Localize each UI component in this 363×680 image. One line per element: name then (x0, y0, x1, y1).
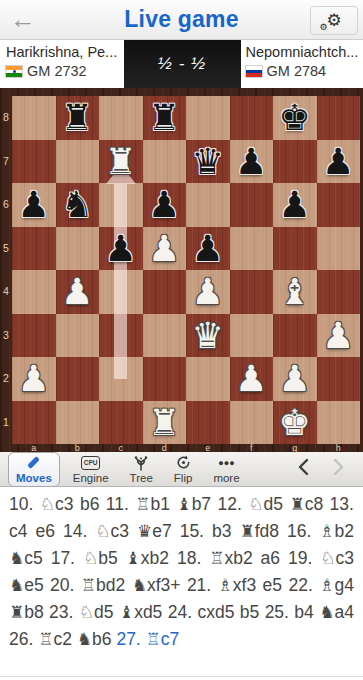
file-labels: abcdefgh (12, 444, 360, 453)
move[interactable]: ♜b8 (9, 602, 44, 622)
square-a1[interactable] (12, 401, 56, 445)
square-d1[interactable]: ♜ (143, 401, 187, 445)
square-b1[interactable] (56, 401, 100, 445)
move-number: 17. (51, 548, 75, 568)
move[interactable]: b5 (240, 602, 259, 622)
piece-figurine: ♗ (319, 575, 334, 595)
square-e6[interactable] (186, 183, 230, 227)
square-b6[interactable]: ♞ (56, 183, 100, 227)
next-move-button[interactable] (321, 458, 355, 480)
move[interactable]: cxd5 (197, 602, 234, 622)
player-black-rating: GM 2784 (267, 63, 327, 79)
square-g8[interactable]: ♚ (273, 96, 317, 140)
piece-black-pawn: ♟ (186, 227, 230, 271)
move[interactable]: ♘c3 (40, 494, 74, 514)
piece-black-pawn: ♟ (273, 183, 317, 227)
move-number: 21. (187, 575, 211, 595)
players-bar: Harikrishna, Pe... GM 2732 ½ - ½ Nepomni… (0, 40, 363, 88)
square-a5[interactable] (12, 227, 56, 271)
tab-more[interactable]: ●●●more (205, 452, 247, 487)
piece-white-pawn: ♟ (56, 270, 100, 314)
piece-figurine: ♖ (209, 548, 224, 568)
piece-white-rook: ♜ (99, 140, 143, 184)
piece-white-king: ♚ (273, 401, 317, 445)
square-b2[interactable] (56, 357, 100, 401)
square-a4[interactable] (12, 270, 56, 314)
square-a7[interactable] (12, 140, 56, 184)
piece-figurine: ♞ (132, 575, 147, 595)
move[interactable]: b3 (212, 521, 231, 541)
square-f6[interactable] (230, 183, 274, 227)
square-d8[interactable]: ♜ (143, 96, 187, 140)
square-c8[interactable] (99, 96, 143, 140)
piece-figurine: ♘ (79, 602, 94, 622)
move[interactable]: ♞e5 (9, 575, 44, 595)
piece-figurine: ♜ (9, 602, 24, 622)
piece-black-pawn: ♟ (99, 227, 143, 271)
move[interactable]: b4 (294, 602, 313, 622)
piece-white-queen: ♛ (186, 314, 230, 358)
move[interactable]: e6 (35, 521, 54, 541)
tab-label: Flip (174, 472, 193, 484)
square-h2[interactable] (317, 357, 361, 401)
piece-figurine: ♘ (95, 521, 110, 541)
move-number: 20. (50, 575, 74, 595)
piece-black-pawn: ♟ (230, 140, 274, 184)
piece-black-queen: ♛ (186, 140, 230, 184)
piece-figurine: ♘ (83, 548, 98, 568)
square-h7[interactable]: ♟ (317, 140, 361, 184)
square-e3[interactable]: ♛ (186, 314, 230, 358)
move[interactable]: ♖c2 (38, 629, 72, 649)
square-f7[interactable]: ♟ (230, 140, 274, 184)
square-g6[interactable]: ♟ (273, 183, 317, 227)
player-black-name: Nepomniachtch... (246, 44, 360, 60)
move-number: 12. (218, 494, 242, 514)
piece-figurine: ♞ (9, 548, 24, 568)
square-g2[interactable]: ♟ (273, 357, 317, 401)
square-d6[interactable]: ♟ (143, 183, 187, 227)
piece-figurine: ♝ (126, 548, 141, 568)
square-g7[interactable] (273, 140, 317, 184)
chess-board[interactable]: 87654321 ♜♜♚♜♛♟♟♟♞♟♟♟♟♟♟♟♝♛♟♟♟♟♜♚ abcdef… (0, 88, 363, 452)
russia-flag-icon (246, 66, 262, 77)
square-f4[interactable] (230, 270, 274, 314)
tab-engine[interactable]: CPUEngine (65, 452, 117, 487)
move-number: 25. (265, 602, 289, 622)
piece-black-pawn: ♟ (12, 183, 56, 227)
move[interactable]: b6 (80, 494, 99, 514)
square-c7[interactable]: ♜ (99, 140, 143, 184)
piece-black-pawn: ♟ (317, 140, 361, 184)
chakra-emblem (13, 70, 16, 73)
move[interactable]: ♘b5 (83, 548, 118, 568)
square-f3[interactable] (230, 314, 274, 358)
tab-label: Tree (130, 472, 153, 484)
square-f8[interactable] (230, 96, 274, 140)
move[interactable]: ♗xf3 (218, 575, 257, 595)
square-f1[interactable] (230, 401, 274, 445)
last-move-arrow (114, 184, 127, 379)
square-h1[interactable] (317, 401, 361, 445)
square-g1[interactable]: ♚ (273, 401, 317, 445)
page-title: Live game (124, 6, 238, 33)
move-number: 18. (177, 548, 201, 568)
piece-black-knight: ♞ (56, 183, 100, 227)
move[interactable]: ♜c8 (289, 494, 323, 514)
square-d4[interactable] (143, 270, 187, 314)
square-b8[interactable]: ♜ (56, 96, 100, 140)
flip-icon (175, 455, 192, 471)
square-d2[interactable] (143, 357, 187, 401)
piece-white-pawn: ♟ (12, 357, 56, 401)
piece-black-king: ♚ (273, 96, 317, 140)
piece-black-pawn: ♟ (143, 183, 187, 227)
india-flag-icon (6, 66, 22, 77)
tab-flip[interactable]: Flip (166, 452, 201, 487)
piece-figurine: ♖ (146, 629, 161, 649)
piece-white-pawn: ♟ (143, 227, 187, 271)
piece-figurine: ♘ (40, 494, 55, 514)
piece-figurine: ♝ (119, 602, 134, 622)
header: ← Live game ⚙ ⚙ (0, 0, 363, 40)
move-number: 11. (106, 494, 129, 514)
settings-button[interactable]: ⚙ ⚙ (310, 6, 358, 35)
move[interactable]: ♖b1 (135, 494, 170, 514)
move[interactable]: ♖bd2 (81, 575, 125, 595)
previous-move-button[interactable] (287, 458, 321, 480)
square-h3[interactable]: ♟ (317, 314, 361, 358)
square-d5[interactable]: ♟ (143, 227, 187, 271)
square-b3[interactable] (56, 314, 100, 358)
square-b7[interactable] (56, 140, 100, 184)
piece-figurine: ♜ (239, 521, 254, 541)
move-number: 13. (330, 494, 354, 514)
move-number: 24. (168, 602, 192, 622)
move[interactable]: ♖c7 (146, 629, 180, 649)
player-white-rating: GM 2732 (27, 63, 87, 79)
square-g3[interactable] (273, 314, 317, 358)
move[interactable]: ♗g4 (319, 575, 354, 595)
square-e1[interactable] (186, 401, 230, 445)
move-number: 23. (49, 602, 73, 622)
square-a8[interactable] (12, 96, 56, 140)
cpu-icon: CPU (81, 455, 100, 471)
move-number: 27. (116, 629, 140, 649)
square-d7[interactable] (143, 140, 187, 184)
piece-white-pawn: ♟ (273, 357, 317, 401)
player-white: Harikrishna, Pe... GM 2732 (0, 40, 124, 88)
square-b4[interactable]: ♟ (56, 270, 100, 314)
piece-figurine: ♞ (319, 602, 334, 622)
piece-white-bishop: ♝ (273, 270, 317, 314)
square-h5[interactable] (317, 227, 361, 271)
piece-figurine: ♝ (176, 494, 191, 514)
move[interactable]: a6 (261, 548, 280, 568)
move-number: 26. (9, 629, 33, 649)
piece-figurine: ♗ (218, 575, 233, 595)
square-h8[interactable] (317, 96, 361, 140)
square-e7[interactable]: ♛ (186, 140, 230, 184)
move[interactable]: ♖xb2 (209, 548, 252, 568)
piece-figurine: ♘ (320, 548, 335, 568)
move[interactable]: ♜fd8 (239, 521, 279, 541)
move[interactable]: ♘d5 (248, 494, 283, 514)
piece-figurine: ♞ (9, 575, 24, 595)
move[interactable]: e5 (263, 575, 282, 595)
toolbar: MovesCPUEngineTreeFlip●●●more (0, 452, 363, 487)
rank-labels: 87654321 (0, 96, 12, 444)
square-c5[interactable]: ♟ (99, 227, 143, 271)
piece-figurine: ♛ (137, 521, 152, 541)
score-badge: ½ - ½ (124, 40, 241, 88)
tree-icon (132, 455, 150, 471)
piece-black-rook: ♜ (143, 96, 187, 140)
tab-tree[interactable]: Tree (122, 452, 161, 487)
square-c1[interactable] (99, 401, 143, 445)
player-white-name: Harikrishna, Pe... (6, 44, 120, 60)
square-g4[interactable]: ♝ (273, 270, 317, 314)
piece-figurine: ♞ (77, 629, 92, 649)
move-number: 19. (288, 548, 312, 568)
square-d3[interactable] (143, 314, 187, 358)
move[interactable]: ♘c3 (320, 548, 354, 568)
move[interactable]: ♝b7 (176, 494, 211, 514)
bottom-divider (0, 676, 363, 677)
move-number: 15. (180, 521, 204, 541)
move-number: 22. (288, 575, 312, 595)
move[interactable]: ♛e7 (137, 521, 172, 541)
tab-moves[interactable]: Moves (8, 452, 60, 487)
move[interactable]: c4 (9, 521, 27, 541)
piece-black-rook: ♜ (56, 96, 100, 140)
back-icon[interactable]: ← (10, 0, 36, 39)
piece-white-pawn: ♟ (230, 357, 274, 401)
move[interactable]: ♞b6 (77, 629, 112, 649)
move[interactable]: ♞xf3+ (132, 575, 181, 595)
live-game-screen: ← Live game ⚙ ⚙ Harikrishna, Pe... GM 27… (0, 0, 363, 680)
square-e4[interactable]: ♟ (186, 270, 230, 314)
move-list: 10. ♘c3 b6 11. ♖b1 ♝b7 12. ♘d5 ♜c8 13. c… (0, 487, 363, 653)
move[interactable]: ♞c5 (9, 548, 43, 568)
square-a6[interactable]: ♟ (12, 183, 56, 227)
piece-figurine: ♖ (81, 575, 96, 595)
square-h6[interactable] (317, 183, 361, 227)
move[interactable]: ♞a4 (319, 602, 354, 622)
piece-figurine: ♖ (38, 629, 53, 649)
gear-icon: ⚙ ⚙ (326, 11, 341, 30)
tab-label: Moves (16, 472, 52, 484)
piece-figurine: ♘ (248, 494, 263, 514)
pencil-icon (27, 455, 40, 471)
square-f5[interactable] (230, 227, 274, 271)
move-number: 10. (9, 494, 33, 514)
tab-label: more (213, 472, 239, 484)
piece-figurine: ♗ (319, 521, 334, 541)
piece-figurine: ♖ (135, 494, 150, 514)
square-h4[interactable] (317, 270, 361, 314)
square-e8[interactable] (186, 96, 230, 140)
piece-white-pawn: ♟ (317, 314, 361, 358)
square-g5[interactable] (273, 227, 317, 271)
player-black: Nepomniachtch... GM 2784 (241, 40, 363, 88)
move-number: 16. (287, 521, 311, 541)
move[interactable]: ♗b2 (319, 521, 354, 541)
square-b5[interactable] (56, 227, 100, 271)
move-number: 14. (63, 521, 87, 541)
move[interactable]: ♘c3 (95, 521, 129, 541)
piece-white-pawn: ♟ (186, 270, 230, 314)
piece-white-rook: ♜ (143, 401, 187, 445)
move[interactable]: ♝xb2 (126, 548, 169, 568)
tab-label: Engine (73, 472, 109, 484)
piece-figurine: ♜ (289, 494, 304, 514)
square-e2[interactable] (186, 357, 230, 401)
dots-icon: ●●● (218, 455, 234, 471)
move[interactable]: ♘d5 (79, 602, 114, 622)
square-a2[interactable]: ♟ (12, 357, 56, 401)
move[interactable]: ♝xd5 (119, 602, 162, 622)
square-f2[interactable]: ♟ (230, 357, 274, 401)
square-e5[interactable]: ♟ (186, 227, 230, 271)
square-a3[interactable] (12, 314, 56, 358)
